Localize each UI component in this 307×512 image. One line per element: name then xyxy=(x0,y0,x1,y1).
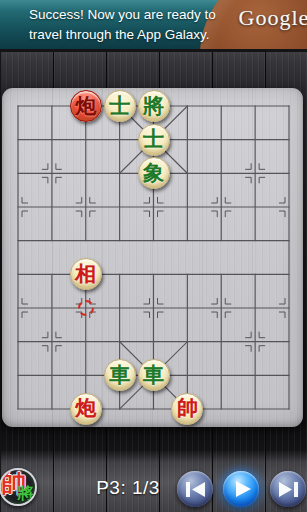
piece-red-c10[interactable]: 炮 xyxy=(70,90,102,122)
skip-forward-icon xyxy=(279,482,298,497)
green-general-icon: 將 xyxy=(17,485,34,502)
piece-red-c1[interactable]: 炮 xyxy=(70,393,102,425)
app-logo-icon: 帥 將 xyxy=(0,468,37,506)
board-intersections-grid: 炮士將士象相車車炮帥 xyxy=(1,89,306,426)
mars-planet-image: Google xyxy=(200,0,307,52)
play-icon xyxy=(236,481,251,497)
puzzle-progress-label: P3: 1/3 xyxy=(96,477,160,499)
ad-banner[interactable]: Google Success! Now you are ready to tra… xyxy=(0,0,307,52)
xiangqi-board[interactable]: 炮士將士象相車車炮帥 xyxy=(2,88,303,427)
google-logo: Google xyxy=(214,5,307,31)
piece-green-e2[interactable]: 車 xyxy=(138,359,170,391)
piece-green-d10[interactable]: 士 xyxy=(104,90,136,122)
piece-green-e9[interactable]: 士 xyxy=(138,124,170,156)
piece-red-f1[interactable]: 帥 xyxy=(171,393,203,425)
skip-back-icon xyxy=(186,482,205,497)
last-move-from-marker xyxy=(78,300,94,316)
play-button[interactable] xyxy=(223,471,259,507)
app-screen: Google Success! Now you are ready to tra… xyxy=(0,0,307,512)
piece-green-e10[interactable]: 將 xyxy=(138,90,170,122)
ad-text-line2: travel through the App Galaxy. xyxy=(29,25,216,45)
ad-text: Success! Now you are ready to travel thr… xyxy=(29,5,216,44)
piece-green-e8[interactable]: 象 xyxy=(138,157,170,189)
ad-text-line1: Success! Now you are ready to xyxy=(29,5,216,25)
next-move-button[interactable] xyxy=(270,471,306,507)
piece-red-c5[interactable]: 相 xyxy=(70,258,102,290)
previous-move-button[interactable] xyxy=(177,471,213,507)
piece-green-d2[interactable]: 車 xyxy=(104,359,136,391)
